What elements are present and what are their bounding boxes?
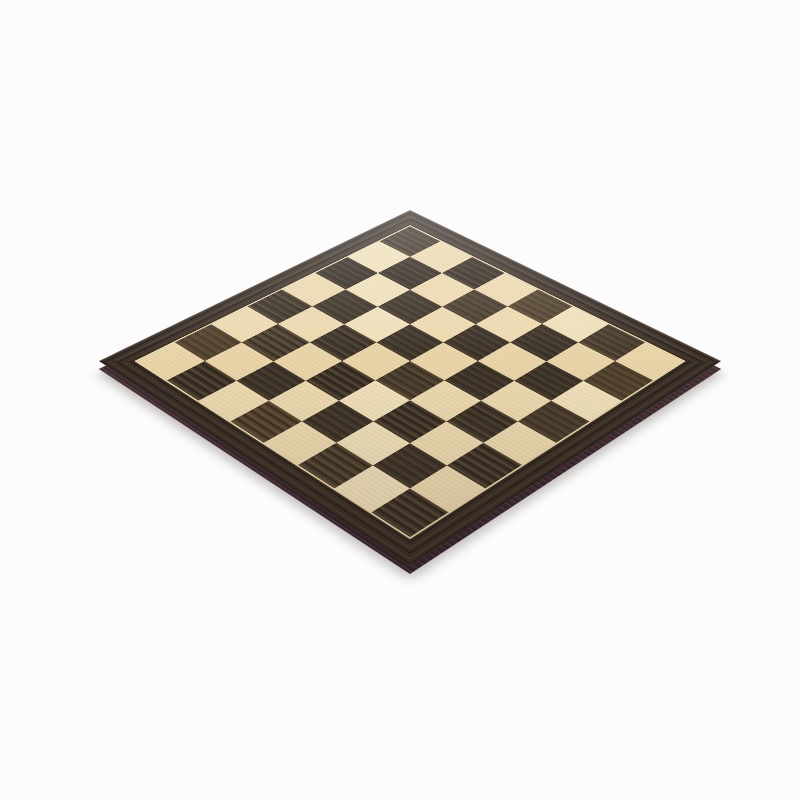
product-photo-scene (0, 0, 800, 800)
chessboard (99, 210, 721, 566)
playing-area (137, 226, 683, 537)
